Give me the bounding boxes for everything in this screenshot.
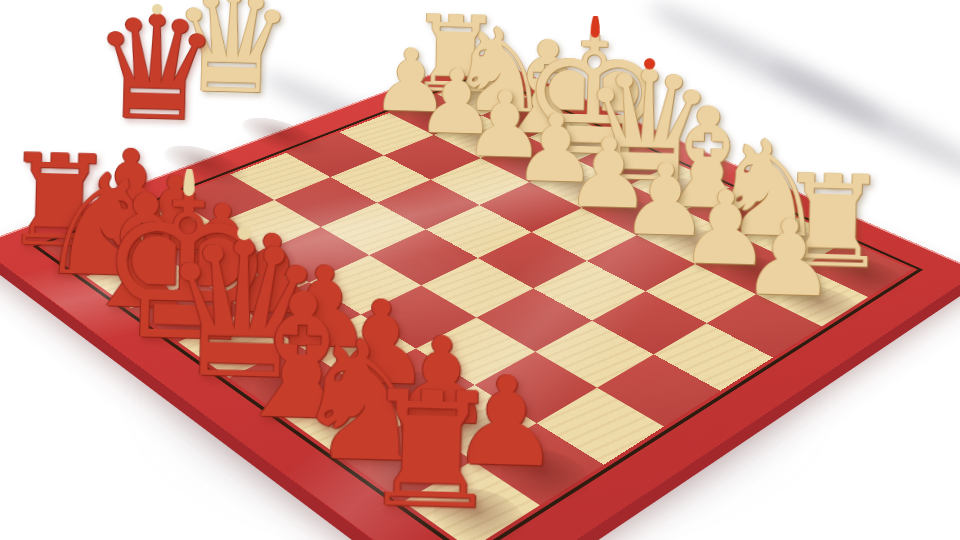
chess-board-field[interactable]: ♜♞♝♚♛♝♞♜♟♟♟♟♟♟♟♟♟♟♟♟♟♟♟♟♜♞♝♚♛♝♞♜: [44, 77, 912, 540]
square-a2[interactable]: ♟: [757, 267, 869, 327]
chess-board[interactable]: ♜♞♝♚♛♝♞♜♟♟♟♟♟♟♟♟♟♟♟♟♟♟♟♟♜♞♝♚♛♝♞♜ ♛♛: [0, 54, 960, 540]
scene: ♜♞♝♚♛♝♞♜♟♟♟♟♟♟♟♟♟♟♟♟♟♟♟♟♜♞♝♚♛♝♞♜ ♛♛: [0, 0, 960, 540]
queen-finial: [152, 4, 163, 15]
piece-red-rook-a8[interactable]: ♜: [320, 368, 542, 533]
king-finial: [183, 166, 195, 195]
square-a8[interactable]: ♜: [403, 461, 539, 540]
piece-red-queen-offboard[interactable]: ♛: [78, 0, 232, 142]
square-c4[interactable]: [533, 261, 645, 321]
king-finial: [590, 14, 600, 38]
queen-finial: [237, 226, 251, 240]
piece-white-pawn-a2[interactable]: ♟: [699, 204, 880, 313]
queen-finial: [644, 58, 656, 70]
